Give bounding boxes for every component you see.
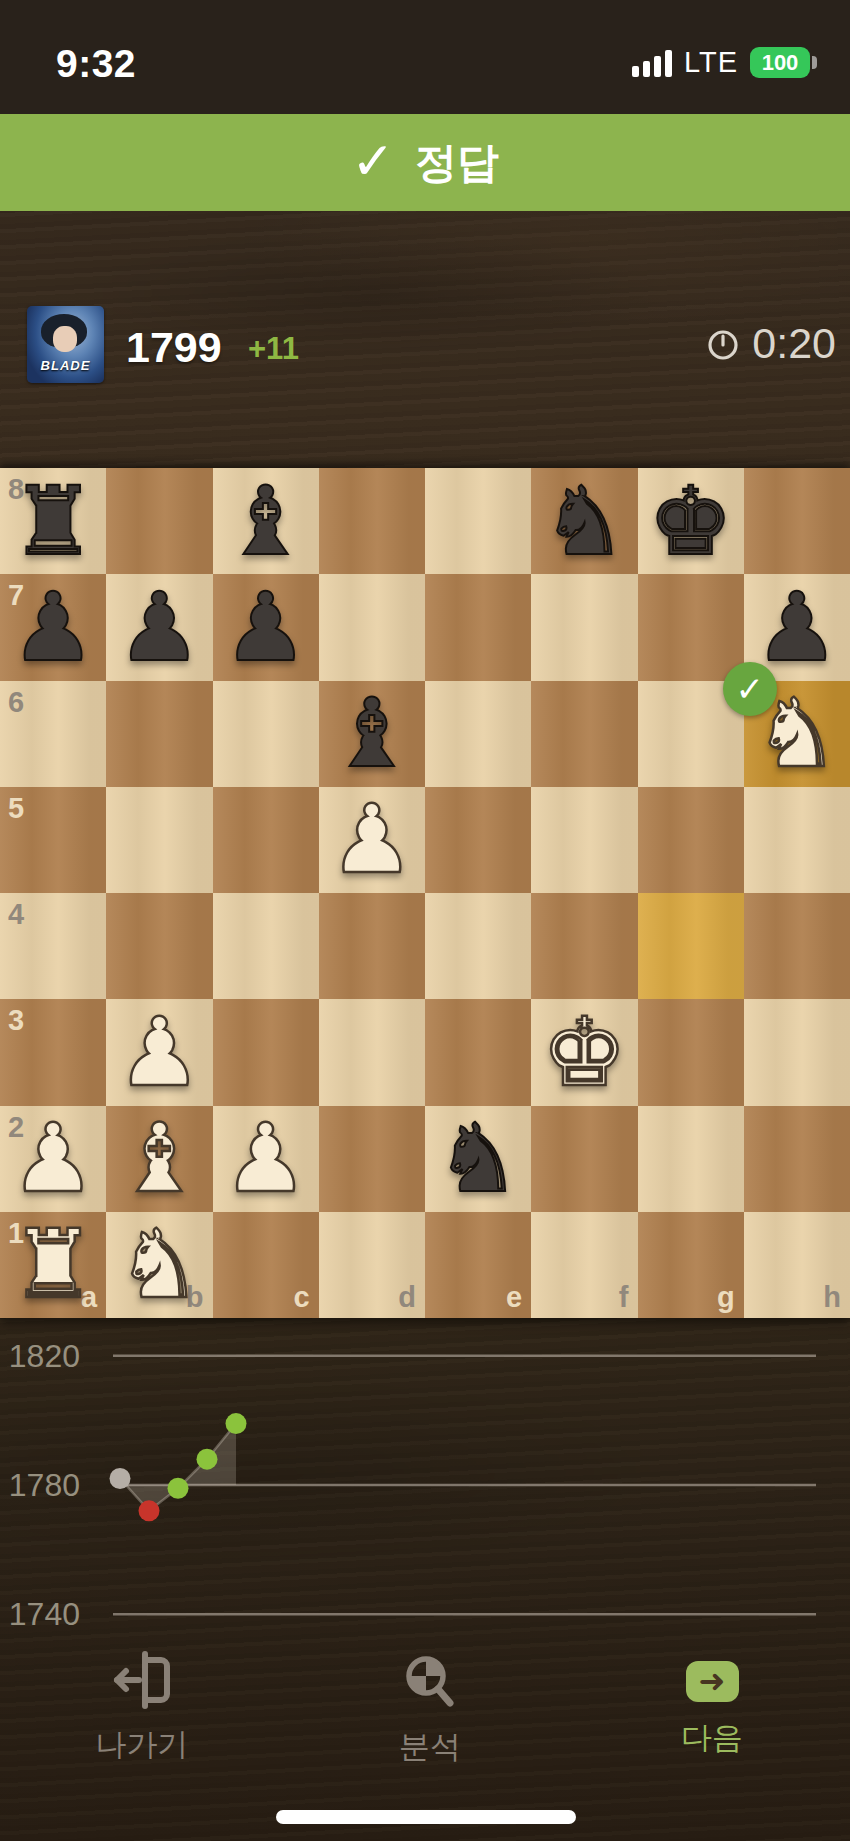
- square-d2[interactable]: [319, 1106, 425, 1212]
- status-time: 9:32: [56, 42, 136, 86]
- svg-text:1780: 1780: [9, 1467, 80, 1503]
- rank-label: 3: [8, 1006, 24, 1035]
- svg-text:1740: 1740: [9, 1596, 80, 1632]
- square-f1[interactable]: f: [531, 1212, 637, 1318]
- home-indicator[interactable]: [276, 1810, 576, 1824]
- square-c4[interactable]: [213, 893, 319, 999]
- square-g7[interactable]: [638, 574, 744, 680]
- next-icon: ➜: [686, 1661, 739, 1702]
- app-screen: 9:32 LTE 100 ✓ 정답 BLADE 1799 +11 0:20: [0, 0, 850, 1841]
- piece-white-king: ♚: [531, 999, 637, 1105]
- square-a3[interactable]: 3: [0, 999, 106, 1105]
- timer-value: 0:20: [752, 319, 836, 368]
- square-f8[interactable]: ♞: [531, 468, 637, 574]
- next-button[interactable]: ➜ 다음: [612, 1650, 812, 1759]
- square-e8[interactable]: [425, 468, 531, 574]
- square-d3[interactable]: [319, 999, 425, 1105]
- avatar-face: [53, 326, 77, 352]
- file-label: c: [294, 1283, 310, 1312]
- square-h4[interactable]: [744, 893, 850, 999]
- piece-black-pawn: ♟: [106, 574, 212, 680]
- square-b8[interactable]: [106, 468, 212, 574]
- result-banner: ✓ 정답: [0, 114, 850, 211]
- correct-move-badge: ✓: [723, 662, 777, 716]
- timer: 0:20: [706, 319, 836, 368]
- result-banner-text: 정답: [415, 135, 499, 191]
- analyze-icon: [398, 1650, 462, 1712]
- check-icon: ✓: [736, 672, 765, 706]
- piece-white-pawn: ♟: [106, 999, 212, 1105]
- piece-white-pawn: ♟: [213, 1106, 319, 1212]
- piece-white-pawn: ♟: [0, 1106, 106, 1212]
- next-label: 다음: [681, 1717, 743, 1759]
- square-d6[interactable]: ♝: [319, 681, 425, 787]
- square-e3[interactable]: [425, 999, 531, 1105]
- exit-button[interactable]: 나가기: [42, 1650, 242, 1766]
- file-label: g: [717, 1283, 735, 1312]
- rating-chart: 182017801740: [0, 1318, 850, 1648]
- square-e6[interactable]: [425, 681, 531, 787]
- clock-icon: [706, 327, 740, 361]
- piece-white-bishop: ♝: [106, 1106, 212, 1212]
- square-h1[interactable]: h: [744, 1212, 850, 1318]
- square-c5[interactable]: [213, 787, 319, 893]
- carrier-label: LTE: [684, 46, 738, 79]
- square-f3[interactable]: ♚: [531, 999, 637, 1105]
- square-c3[interactable]: [213, 999, 319, 1105]
- square-d4[interactable]: [319, 893, 425, 999]
- square-c7[interactable]: ♟: [213, 574, 319, 680]
- exit-icon: [109, 1650, 175, 1710]
- square-a2[interactable]: 2♟: [0, 1106, 106, 1212]
- piece-white-pawn: ♟: [319, 787, 425, 893]
- piece-black-pawn: ♟: [0, 574, 106, 680]
- square-a4[interactable]: 4: [0, 893, 106, 999]
- square-c2[interactable]: ♟: [213, 1106, 319, 1212]
- square-h5[interactable]: [744, 787, 850, 893]
- square-f6[interactable]: [531, 681, 637, 787]
- avatar-label: BLADE: [41, 358, 91, 373]
- status-bar: 9:32 LTE 100: [0, 0, 850, 114]
- battery-nub: [812, 56, 817, 69]
- square-a1[interactable]: 1a♜: [0, 1212, 106, 1318]
- square-e4[interactable]: [425, 893, 531, 999]
- square-e2[interactable]: ♞: [425, 1106, 531, 1212]
- piece-black-bishop: ♝: [319, 681, 425, 787]
- analyze-label: 분석: [399, 1726, 461, 1768]
- square-g2[interactable]: [638, 1106, 744, 1212]
- square-f5[interactable]: [531, 787, 637, 893]
- piece-black-knight: ♞: [425, 1106, 531, 1212]
- square-d7[interactable]: [319, 574, 425, 680]
- square-a7[interactable]: 7♟: [0, 574, 106, 680]
- signal-strength-icon: [632, 49, 672, 77]
- square-b3[interactable]: ♟: [106, 999, 212, 1105]
- square-e1[interactable]: e: [425, 1212, 531, 1318]
- square-h3[interactable]: [744, 999, 850, 1105]
- square-d1[interactable]: d: [319, 1212, 425, 1318]
- square-g3[interactable]: [638, 999, 744, 1105]
- rank-label: 5: [8, 794, 24, 823]
- svg-text:1820: 1820: [9, 1338, 80, 1374]
- square-d5[interactable]: ♟: [319, 787, 425, 893]
- square-c8[interactable]: ♝: [213, 468, 319, 574]
- rank-label: 6: [8, 688, 24, 717]
- square-f4[interactable]: [531, 893, 637, 999]
- piece-black-knight: ♞: [531, 468, 637, 574]
- exit-label: 나가기: [96, 1724, 189, 1766]
- player-row: BLADE 1799 +11 0:20: [0, 211, 850, 468]
- battery-icon: 100: [750, 47, 810, 78]
- square-b4[interactable]: [106, 893, 212, 999]
- piece-black-rook: ♜: [0, 468, 106, 574]
- file-label: e: [506, 1283, 522, 1312]
- square-g4[interactable]: [638, 893, 744, 999]
- square-b1[interactable]: b♞: [106, 1212, 212, 1318]
- square-f7[interactable]: [531, 574, 637, 680]
- square-g5[interactable]: [638, 787, 744, 893]
- rating-delta: +11: [248, 331, 299, 367]
- analyze-button[interactable]: 분석: [330, 1650, 530, 1768]
- square-a6[interactable]: 6: [0, 681, 106, 787]
- square-b6[interactable]: [106, 681, 212, 787]
- piece-black-bishop: ♝: [213, 468, 319, 574]
- square-a5[interactable]: 5: [0, 787, 106, 893]
- avatar: BLADE: [27, 306, 104, 383]
- piece-white-rook: ♜: [0, 1212, 106, 1318]
- piece-black-king: ♚: [638, 468, 744, 574]
- square-b5[interactable]: [106, 787, 212, 893]
- square-h8[interactable]: [744, 468, 850, 574]
- file-label: h: [823, 1283, 841, 1312]
- battery-percent: 100: [762, 50, 799, 76]
- puzzle-rating: 1799: [126, 323, 222, 372]
- chess-board[interactable]: 8♜♝♞♚7♟♟♟♟6♝♞5♟43♟♚2♟♝♟♞1a♜b♞cdefgh✓: [0, 468, 850, 1318]
- check-icon: ✓: [351, 135, 395, 187]
- file-label: f: [619, 1283, 629, 1312]
- square-a8[interactable]: 8♜: [0, 468, 106, 574]
- piece-white-knight: ♞: [106, 1212, 212, 1318]
- square-b7[interactable]: ♟: [106, 574, 212, 680]
- square-h2[interactable]: [744, 1106, 850, 1212]
- piece-black-pawn: ♟: [213, 574, 319, 680]
- square-d8[interactable]: [319, 468, 425, 574]
- file-label: d: [398, 1283, 416, 1312]
- square-g8[interactable]: ♚: [638, 468, 744, 574]
- square-c6[interactable]: [213, 681, 319, 787]
- square-g1[interactable]: g: [638, 1212, 744, 1318]
- toolbar: 나가기 분석 ➜ 다음: [0, 1650, 850, 1780]
- square-f2[interactable]: [531, 1106, 637, 1212]
- square-e7[interactable]: [425, 574, 531, 680]
- square-e5[interactable]: [425, 787, 531, 893]
- rank-label: 4: [8, 900, 24, 929]
- status-icons: LTE 100: [632, 46, 810, 79]
- square-b2[interactable]: ♝: [106, 1106, 212, 1212]
- square-c1[interactable]: c: [213, 1212, 319, 1318]
